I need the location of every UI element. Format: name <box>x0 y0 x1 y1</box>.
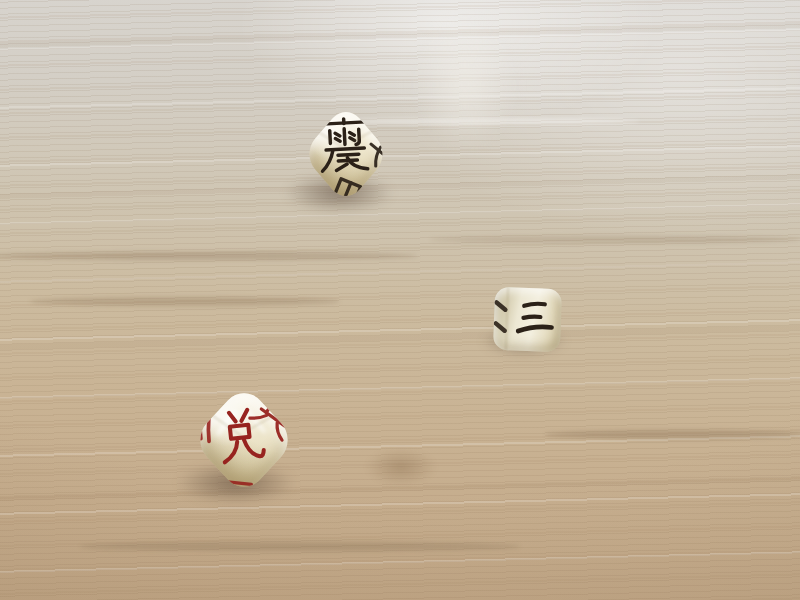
changing-line-die[interactable]: 三 <box>494 288 561 351</box>
tabletop-scene: 震 三 <box>0 0 800 600</box>
trigram-die-black[interactable]: 震 <box>302 103 390 205</box>
bamboo-knot <box>415 20 515 150</box>
die-body <box>493 287 562 352</box>
die-face-value: 兌 <box>192 384 193 385</box>
bamboo-knot <box>365 448 437 486</box>
wood-grain-streak <box>30 297 340 306</box>
wood-grain-streak <box>430 236 800 243</box>
die-face-value: 三 <box>494 288 495 289</box>
partial-side-character <box>493 295 511 342</box>
die-face-value: 震 <box>302 103 303 104</box>
wood-grain-streak <box>80 542 520 551</box>
trigram-die-red[interactable]: 兌 <box>192 384 296 496</box>
bamboo-grain-texture <box>0 0 800 600</box>
wood-grain-streak <box>0 252 418 260</box>
wood-grain-streak <box>545 430 800 439</box>
san-character <box>510 296 558 340</box>
